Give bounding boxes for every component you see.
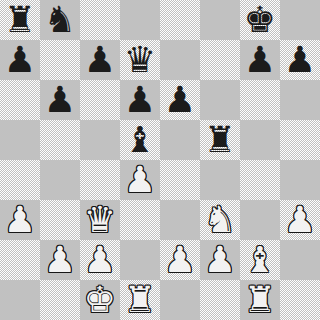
square-e6[interactable]: ♟	[160, 80, 200, 120]
square-f6[interactable]	[200, 80, 240, 120]
square-h2[interactable]	[280, 240, 320, 280]
piece-black-pawn[interactable]: ♟	[164, 80, 196, 120]
square-h6[interactable]	[280, 80, 320, 120]
square-f4[interactable]	[200, 160, 240, 200]
square-g3[interactable]	[240, 200, 280, 240]
square-a5[interactable]	[0, 120, 40, 160]
piece-black-rook[interactable]: ♜	[4, 0, 36, 40]
square-b5[interactable]	[40, 120, 80, 160]
square-a1[interactable]	[0, 280, 40, 320]
piece-black-pawn[interactable]: ♟	[44, 80, 76, 120]
square-f1[interactable]	[200, 280, 240, 320]
square-b2[interactable]: ♟	[40, 240, 80, 280]
piece-white-queen[interactable]: ♛	[84, 200, 116, 240]
square-d5[interactable]: ♝	[120, 120, 160, 160]
square-f7[interactable]	[200, 40, 240, 80]
square-e2[interactable]: ♟	[160, 240, 200, 280]
piece-black-pawn[interactable]: ♟	[4, 40, 36, 80]
square-d7[interactable]: ♛	[120, 40, 160, 80]
square-b1[interactable]	[40, 280, 80, 320]
piece-white-rook[interactable]: ♜	[124, 280, 156, 320]
chess-board: ♜♞♚♟♟♛♟♟♟♟♟♝♜♟♟♛♞♟♟♟♟♟♝♚♜♜	[0, 0, 320, 320]
square-c4[interactable]	[80, 160, 120, 200]
square-a3[interactable]: ♟	[0, 200, 40, 240]
square-d8[interactable]	[120, 0, 160, 40]
square-h7[interactable]: ♟	[280, 40, 320, 80]
square-h8[interactable]	[280, 0, 320, 40]
square-c1[interactable]: ♚	[80, 280, 120, 320]
piece-white-king[interactable]: ♚	[84, 280, 116, 320]
piece-white-pawn[interactable]: ♟	[164, 240, 196, 280]
piece-black-pawn[interactable]: ♟	[244, 40, 276, 80]
square-a2[interactable]	[0, 240, 40, 280]
square-h1[interactable]	[280, 280, 320, 320]
square-c8[interactable]	[80, 0, 120, 40]
square-c2[interactable]: ♟	[80, 240, 120, 280]
piece-black-bishop[interactable]: ♝	[124, 120, 156, 160]
square-b8[interactable]: ♞	[40, 0, 80, 40]
square-d1[interactable]: ♜	[120, 280, 160, 320]
square-b3[interactable]	[40, 200, 80, 240]
square-e5[interactable]	[160, 120, 200, 160]
piece-white-pawn[interactable]: ♟	[204, 240, 236, 280]
piece-white-pawn[interactable]: ♟	[284, 200, 316, 240]
square-d6[interactable]: ♟	[120, 80, 160, 120]
square-h4[interactable]	[280, 160, 320, 200]
square-c6[interactable]	[80, 80, 120, 120]
square-a4[interactable]	[0, 160, 40, 200]
square-b4[interactable]	[40, 160, 80, 200]
square-f2[interactable]: ♟	[200, 240, 240, 280]
piece-white-pawn[interactable]: ♟	[44, 240, 76, 280]
piece-black-queen[interactable]: ♛	[124, 40, 156, 80]
piece-white-knight[interactable]: ♞	[204, 200, 236, 240]
square-a8[interactable]: ♜	[0, 0, 40, 40]
piece-white-bishop[interactable]: ♝	[244, 240, 276, 280]
square-h5[interactable]	[280, 120, 320, 160]
square-g6[interactable]	[240, 80, 280, 120]
piece-black-pawn[interactable]: ♟	[84, 40, 116, 80]
square-g2[interactable]: ♝	[240, 240, 280, 280]
square-a7[interactable]: ♟	[0, 40, 40, 80]
piece-white-rook[interactable]: ♜	[244, 280, 276, 320]
square-f5[interactable]: ♜	[200, 120, 240, 160]
square-b6[interactable]: ♟	[40, 80, 80, 120]
piece-white-pawn[interactable]: ♟	[124, 160, 156, 200]
square-h3[interactable]: ♟	[280, 200, 320, 240]
square-g1[interactable]: ♜	[240, 280, 280, 320]
square-e4[interactable]	[160, 160, 200, 200]
square-e7[interactable]	[160, 40, 200, 80]
piece-white-pawn[interactable]: ♟	[84, 240, 116, 280]
square-d3[interactable]	[120, 200, 160, 240]
square-e1[interactable]	[160, 280, 200, 320]
piece-black-king[interactable]: ♚	[244, 0, 276, 40]
square-e8[interactable]	[160, 0, 200, 40]
square-g7[interactable]: ♟	[240, 40, 280, 80]
square-e3[interactable]	[160, 200, 200, 240]
piece-black-pawn[interactable]: ♟	[284, 40, 316, 80]
square-f3[interactable]: ♞	[200, 200, 240, 240]
piece-white-pawn[interactable]: ♟	[4, 200, 36, 240]
square-c5[interactable]	[80, 120, 120, 160]
square-b7[interactable]	[40, 40, 80, 80]
piece-black-knight[interactable]: ♞	[44, 0, 76, 40]
square-d4[interactable]: ♟	[120, 160, 160, 200]
square-g8[interactable]: ♚	[240, 0, 280, 40]
square-c3[interactable]: ♛	[80, 200, 120, 240]
piece-black-rook[interactable]: ♜	[204, 120, 236, 160]
square-f8[interactable]	[200, 0, 240, 40]
square-a6[interactable]	[0, 80, 40, 120]
square-c7[interactable]: ♟	[80, 40, 120, 80]
square-g5[interactable]	[240, 120, 280, 160]
square-g4[interactable]	[240, 160, 280, 200]
piece-black-pawn[interactable]: ♟	[124, 80, 156, 120]
square-d2[interactable]	[120, 240, 160, 280]
